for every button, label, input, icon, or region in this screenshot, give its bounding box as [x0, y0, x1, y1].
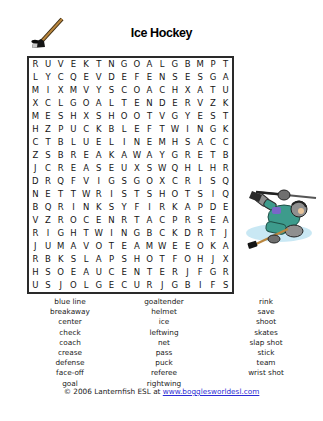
grid-cell: R [54, 162, 67, 175]
grid-cell: T [143, 266, 156, 279]
grid-cell: B [181, 279, 194, 292]
grid-cell: K [207, 240, 220, 253]
grid-cell: N [80, 201, 93, 214]
grid-cell: W [156, 240, 169, 253]
grid-cell: Z [42, 123, 55, 136]
grid-cell: S [194, 188, 207, 201]
grid-cell: T [54, 188, 67, 201]
fallen-hockey-player-clipart [242, 165, 320, 253]
word-list-item: stick [258, 348, 275, 358]
grid-cell: J [181, 266, 194, 279]
worksheet-page: Ice Hockey RUVEKTNGOALGBMPTLYCQEVDEFENSE… [0, 0, 323, 421]
grid-cell: T [131, 188, 144, 201]
grid-cell: O [169, 188, 182, 201]
grid-cell: O [131, 110, 144, 123]
grid-cell: Q [42, 201, 55, 214]
grid-cell: C [118, 84, 131, 97]
grid-cell: W [131, 149, 144, 162]
grid-cell: D [105, 71, 118, 84]
grid-cell: X [181, 84, 194, 97]
grid-cell: G [67, 97, 80, 110]
grid-cell: H [29, 266, 42, 279]
grid-cell: E [42, 188, 55, 201]
grid-cell: S [194, 71, 207, 84]
grid-cell: E [207, 214, 220, 227]
footer-copyright-text: © 2006 Lanternfish ESL at [64, 387, 163, 396]
grid-cell: U [67, 123, 80, 136]
grid-cell: N [131, 136, 144, 149]
grid-cell: S [42, 149, 55, 162]
grid-cell: G [169, 110, 182, 123]
grid-cell: I [67, 201, 80, 214]
word-list-column-3: rinksaveshootskatesslap shotstickteamwri… [218, 297, 314, 379]
grid-cell: R [181, 149, 194, 162]
grid-cell: T [219, 58, 232, 71]
grid-cell: Y [118, 201, 131, 214]
grid-cell: E [105, 279, 118, 292]
grid-cell: C [156, 227, 169, 240]
grid-cell: E [92, 214, 105, 227]
grid-cell: N [105, 58, 118, 71]
grid-cell: P [194, 201, 207, 214]
grid-cell: H [181, 162, 194, 175]
grid-cell: Y [92, 84, 105, 97]
grid-cell: H [67, 110, 80, 123]
grid-cell: A [219, 71, 232, 84]
grid-cell: B [143, 227, 156, 240]
grid-cell: E [118, 266, 131, 279]
grid-cell: S [194, 214, 207, 227]
grid-cell: E [118, 240, 131, 253]
word-list-item: puck [155, 358, 173, 368]
grid-cell: L [80, 279, 93, 292]
grid-cell: V [80, 240, 93, 253]
grid-cell: C [42, 97, 55, 110]
grid-cell: T [67, 188, 80, 201]
grid-cell: R [54, 201, 67, 214]
grid-cell: K [80, 58, 93, 71]
grid-cell: C [156, 84, 169, 97]
grid-cell: Y [181, 110, 194, 123]
grid-cell: R [118, 214, 131, 227]
grid-cell: K [92, 201, 105, 214]
grid-cell: J [29, 240, 42, 253]
grid-cell: G [169, 149, 182, 162]
grid-cell: R [67, 149, 80, 162]
grid-cell: M [29, 84, 42, 97]
grid-cell: A [92, 253, 105, 266]
grid-cell: O [118, 110, 131, 123]
word-list-item: helmet [151, 307, 177, 317]
grid-cell: C [42, 162, 55, 175]
grid-cell: I [207, 188, 220, 201]
grid-cell: N [194, 123, 207, 136]
grid-cell: I [42, 227, 55, 240]
grid-cell: C [80, 214, 93, 227]
grid-cell: A [92, 149, 105, 162]
word-list-item: center [58, 317, 81, 327]
word-list-item: save [257, 307, 274, 317]
grid-cell: R [29, 227, 42, 240]
grid-cell: C [169, 175, 182, 188]
grid-cell: R [143, 279, 156, 292]
grid-cell: R [219, 266, 232, 279]
grid-cell: A [143, 214, 156, 227]
grid-cell: U [219, 84, 232, 97]
footer: © 2006 Lanternfish ESL at www.boggleswor… [0, 387, 323, 396]
grid-cell: E [67, 58, 80, 71]
grid-cell: T [80, 227, 93, 240]
word-list-item: coach [59, 338, 81, 348]
grid-cell: D [156, 97, 169, 110]
grid-cell: F [131, 71, 144, 84]
grid-cell: S [105, 201, 118, 214]
grid-cell: U [29, 279, 42, 292]
grid-cell: A [80, 266, 93, 279]
grid-cell: W [156, 162, 169, 175]
grid-cell: A [219, 240, 232, 253]
grid-cell: B [42, 253, 55, 266]
grid-cell: V [92, 71, 105, 84]
grid-cell: T [131, 214, 144, 227]
grid-cell: C [54, 71, 67, 84]
grid-cell: L [194, 162, 207, 175]
grid-cell: C [80, 123, 93, 136]
grid-cell: U [131, 279, 144, 292]
grid-cell: N [105, 214, 118, 227]
grid-cell: T [42, 136, 55, 149]
grid-cell: S [169, 71, 182, 84]
grid-cell: R [29, 58, 42, 71]
grid-cell: C [118, 279, 131, 292]
grid-cell: U [80, 136, 93, 149]
grid-cell: K [219, 97, 232, 110]
grid-cell: H [29, 123, 42, 136]
grid-cell: E [181, 71, 194, 84]
grid-cell: L [105, 97, 118, 110]
grid-cell: B [54, 136, 67, 149]
grid-cell: Q [169, 162, 182, 175]
grid-cell: E [169, 240, 182, 253]
grid-cell: S [207, 110, 220, 123]
grid-cell: L [80, 253, 93, 266]
grid-cell: C [219, 136, 232, 149]
grid-cell: R [54, 214, 67, 227]
grid-cell: T [92, 58, 105, 71]
word-list-item: goaltender [144, 297, 184, 307]
grid-cell: K [169, 227, 182, 240]
grid-cell: S [105, 84, 118, 97]
word-list-item: skates [254, 328, 278, 338]
grid-cell: B [105, 123, 118, 136]
word-list-item: crease [58, 348, 82, 358]
grid-cell: T [181, 188, 194, 201]
grid-cell: J [156, 279, 169, 292]
grid-cell: W [92, 227, 105, 240]
grid-cell: O [131, 58, 144, 71]
word-list-item: ice [159, 317, 170, 327]
grid-cell: O [131, 84, 144, 97]
grid-cell: F [169, 253, 182, 266]
grid-cell: P [207, 58, 220, 71]
grid-cell: I [105, 188, 118, 201]
grid-cell: R [92, 188, 105, 201]
grid-cell: W [80, 188, 93, 201]
grid-cell: Z [207, 97, 220, 110]
grid-cell: A [194, 136, 207, 149]
grid-cell: O [67, 214, 80, 227]
grid-cell: G [169, 58, 182, 71]
grid-cell: T [207, 149, 220, 162]
grid-cell: L [156, 58, 169, 71]
grid-cell: X [29, 97, 42, 110]
grid-cell: F [131, 201, 144, 214]
grid-cell: E [80, 149, 93, 162]
grid-cell: M [29, 110, 42, 123]
grid-cell: R [194, 227, 207, 240]
grid-cell: H [131, 253, 144, 266]
grid-cell: G [92, 279, 105, 292]
grid-cell: V [80, 84, 93, 97]
word-list-item: wrist shot [248, 368, 284, 378]
grid-cell: B [29, 201, 42, 214]
word-list-item: face-off [56, 368, 84, 378]
grid-cell: E [169, 97, 182, 110]
grid-cell: R [181, 214, 194, 227]
grid-cell: R [181, 97, 194, 110]
grid-cell: Q [67, 71, 80, 84]
grid-cell: O [143, 175, 156, 188]
grid-cell: E [143, 71, 156, 84]
grid-cell: U [42, 240, 55, 253]
grid-cell: N [156, 71, 169, 84]
grid-cell: E [131, 97, 144, 110]
grid-cell: K [219, 123, 232, 136]
grid-cell: J [54, 279, 67, 292]
grid-cell: A [143, 149, 156, 162]
grid-cell: Q [219, 188, 232, 201]
grid-cell: A [181, 201, 194, 214]
grid-cell: G [207, 71, 220, 84]
grid-cell: O [194, 240, 207, 253]
grid-cell: Q [54, 175, 67, 188]
word-list-column-1: blue linebreakawaycentercheckcoachcrease… [26, 297, 114, 389]
grid-cell: L [67, 136, 80, 149]
grid-cell: P [54, 123, 67, 136]
grid-cell: S [118, 175, 131, 188]
grid-cell: G [105, 175, 118, 188]
grid-cell: I [181, 123, 194, 136]
word-list-item: check [59, 328, 80, 338]
grid-cell: Q [219, 175, 232, 188]
grid-cell: G [169, 279, 182, 292]
grid-cell: U [118, 162, 131, 175]
grid-cell: E [80, 71, 93, 84]
grid-cell: H [105, 110, 118, 123]
grid-cell: J [219, 227, 232, 240]
grid-cell: B [181, 58, 194, 71]
word-list-item: referee [151, 368, 177, 378]
grid-cell: E [105, 162, 118, 175]
grid-cell: L [29, 71, 42, 84]
grid-cell: H [207, 162, 220, 175]
grid-cell: D [207, 201, 220, 214]
grid-cell: X [156, 175, 169, 188]
grid-cell: C [207, 136, 220, 149]
grid-cell: E [92, 136, 105, 149]
grid-cell: S [207, 175, 220, 188]
grid-cell: M [54, 240, 67, 253]
grid-cell: H [194, 253, 207, 266]
grid-cell: R [42, 175, 55, 188]
word-list-item: shoot [256, 317, 276, 327]
grid-cell: S [118, 188, 131, 201]
grid-cell: J [207, 253, 220, 266]
word-list-item: blue line [54, 297, 85, 307]
grid-cell: E [194, 149, 207, 162]
grid-cell: G [118, 58, 131, 71]
word-list-item: rink [259, 297, 273, 307]
grid-cell: G [131, 175, 144, 188]
grid-cell: X [54, 84, 67, 97]
grid-cell: S [219, 279, 232, 292]
footer-link[interactable]: www.bogglesworldesl.com [163, 387, 260, 396]
grid-cell: R [169, 266, 182, 279]
grid-cell: O [67, 279, 80, 292]
grid-cell: E [42, 110, 55, 123]
grid-cell: I [105, 227, 118, 240]
grid-cell: E [219, 201, 232, 214]
grid-cell: I [42, 84, 55, 97]
grid-cell: U [92, 266, 105, 279]
grid-cell: T [105, 240, 118, 253]
grid-cell: F [67, 175, 80, 188]
grid-cell: E [143, 136, 156, 149]
grid-cell: D [181, 227, 194, 240]
grid-cell: T [207, 84, 220, 97]
grid-cell: S [67, 253, 80, 266]
grid-cell: M [67, 84, 80, 97]
grid-cell: X [131, 162, 144, 175]
grid-cell: H [156, 188, 169, 201]
grid-cell: B [219, 149, 232, 162]
grid-cell: G [54, 227, 67, 240]
grid-cell: L [118, 123, 131, 136]
grid-cell: G [207, 123, 220, 136]
grid-cell: B [54, 149, 67, 162]
grid-cell: D [29, 175, 42, 188]
grid-cell: R [29, 253, 42, 266]
grid-cell: U [42, 58, 55, 71]
grid-cell: E [156, 266, 169, 279]
grid-cell: C [156, 214, 169, 227]
grid-cell: V [54, 58, 67, 71]
grid-cell: O [181, 253, 194, 266]
grid-cell: K [169, 201, 182, 214]
word-list-item: slap shot [249, 338, 282, 348]
grid-cell: M [156, 136, 169, 149]
word-search-grid: RUVEKTNGOALGBMPTLYCQEVDEFENSESGAMIXMVYSC… [27, 56, 234, 294]
grid-cell: S [143, 188, 156, 201]
grid-cell: X [219, 253, 232, 266]
grid-cell: F [143, 123, 156, 136]
grid-cell: I [92, 175, 105, 188]
grid-cell: O [54, 266, 67, 279]
word-list-item: net [158, 338, 170, 348]
grid-cell: Z [29, 149, 42, 162]
grid-cell: M [194, 58, 207, 71]
grid-cell: G [207, 266, 220, 279]
grid-cell: F [194, 266, 207, 279]
grid-cell: X [80, 110, 93, 123]
grid-cell: H [67, 227, 80, 240]
grid-cell: P [169, 214, 182, 227]
grid-cell: S [42, 279, 55, 292]
grid-cell: K [92, 123, 105, 136]
word-list-item: breakaway [50, 307, 90, 317]
grid-cell: T [156, 253, 169, 266]
grid-cell: G [131, 227, 144, 240]
grid-cell: L [54, 97, 67, 110]
grid-cell: P [105, 253, 118, 266]
grid-cell: R [156, 201, 169, 214]
grid-cell: V [29, 214, 42, 227]
page-title: Ice Hockey [0, 26, 323, 40]
grid-cell: E [131, 123, 144, 136]
grid-cell: V [194, 97, 207, 110]
grid-cell: A [194, 84, 207, 97]
grid-cell: E [194, 110, 207, 123]
grid-cell: T [219, 110, 232, 123]
grid-cell: H [169, 84, 182, 97]
grid-cell: C [105, 266, 118, 279]
grid-cell: C [29, 136, 42, 149]
grid-cell: E [118, 71, 131, 84]
grid-cell: Z [42, 214, 55, 227]
grid-cell: F [207, 279, 220, 292]
word-list-item: team [257, 358, 276, 368]
grid-cell: I [143, 201, 156, 214]
grid-cell: T [207, 227, 220, 240]
grid-cell: I [194, 175, 207, 188]
grid-cell: K [54, 253, 67, 266]
grid-cell: T [143, 110, 156, 123]
grid-cell: S [118, 253, 131, 266]
grid-cell: H [169, 136, 182, 149]
grid-cell: O [143, 253, 156, 266]
grid-cell: T [156, 123, 169, 136]
grid-cell: L [105, 136, 118, 149]
grid-cell: J [29, 162, 42, 175]
grid-cell: Y [42, 71, 55, 84]
grid-cell: E [181, 240, 194, 253]
grid-cell: A [67, 240, 80, 253]
grid-cell: V [156, 110, 169, 123]
grid-cell: A [118, 149, 131, 162]
grid-cell: E [67, 266, 80, 279]
grid-cell: M [143, 240, 156, 253]
word-list-item: leftwing [149, 328, 178, 338]
grid-cell: N [131, 266, 144, 279]
grid-cell: S [92, 110, 105, 123]
word-list-item: pass [156, 348, 173, 358]
word-list-column-2: goaltenderhelmeticeleftwingnetpasspuckre… [116, 297, 212, 389]
grid-cell: S [92, 162, 105, 175]
grid-cell: I [194, 279, 207, 292]
grid-cell: E [67, 162, 80, 175]
word-list-item: defense [55, 358, 84, 368]
grid-cell: R [219, 162, 232, 175]
